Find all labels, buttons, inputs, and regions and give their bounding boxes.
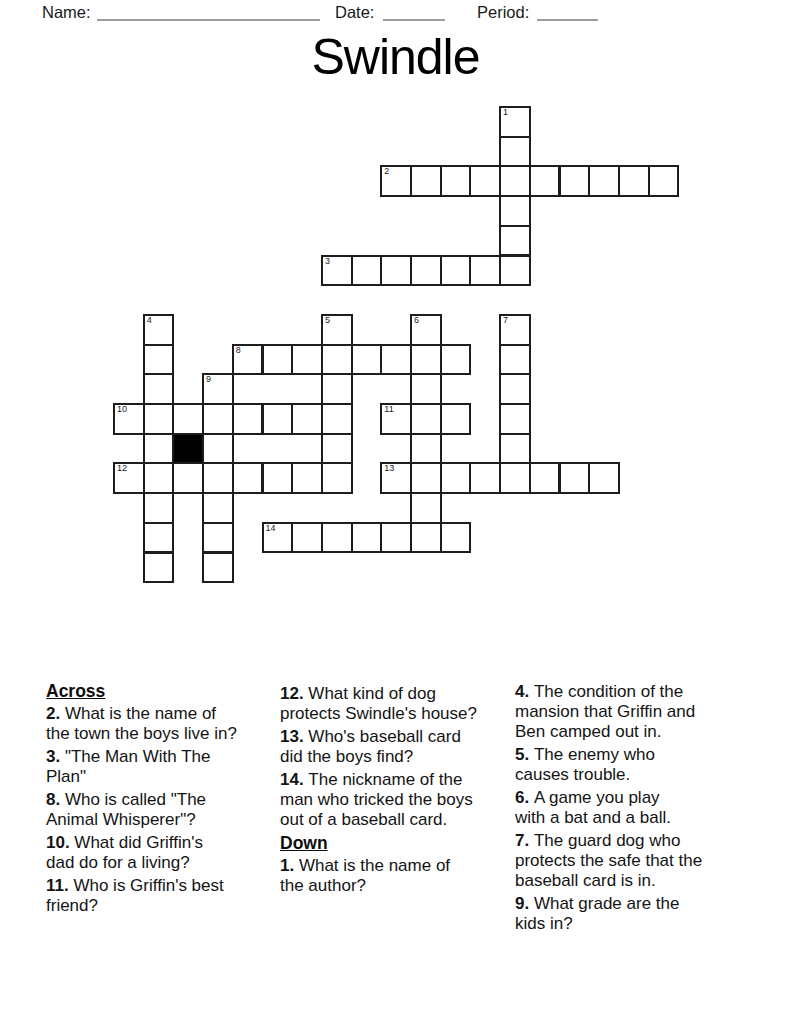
clue-number-label: 11. <box>46 876 73 895</box>
grid-cell-r8c8[interactable] <box>351 344 383 376</box>
clue-number-13: 13 <box>384 463 394 474</box>
clue-number-label: 1. <box>280 856 299 875</box>
clue-column-1: Across2. What is the name of the town th… <box>46 681 284 919</box>
name-label: Name: <box>42 3 91 22</box>
grid-cell-r14c5[interactable]: 14 <box>262 522 294 554</box>
grid-cell-r5c13[interactable] <box>499 255 531 287</box>
grid-cell-r8c5[interactable] <box>262 344 294 376</box>
grid-cell-r8c11[interactable] <box>440 344 472 376</box>
period-label: Period: <box>477 3 529 22</box>
worksheet-page: Name: Date: Period: Swindle 123456789101… <box>0 0 791 1024</box>
clue-number-label: 9. <box>515 894 534 913</box>
clue-text: What grade are the kids in? <box>515 894 679 933</box>
clue-text: The condition of the mansion that Griffi… <box>515 682 695 741</box>
clue-number-label: 10. <box>46 833 74 852</box>
grid-cell-r10c10[interactable] <box>410 403 442 435</box>
grid-cell-r9c10[interactable] <box>410 373 442 405</box>
grid-cell-r10c5[interactable] <box>262 403 294 435</box>
period-blank-line[interactable] <box>537 2 598 21</box>
down-clues-header: Down <box>280 833 518 853</box>
grid-cell-r14c8[interactable] <box>351 522 383 554</box>
across-clues-header: Across <box>46 681 284 701</box>
clue-number-10: 10 <box>117 404 127 415</box>
grid-cell-r4c13[interactable] <box>499 225 531 257</box>
grid-cell-r11c1[interactable] <box>143 433 175 465</box>
clue-column-2: 12. What kind of dog protects Swindle's … <box>280 684 518 899</box>
grid-cell-r12c6[interactable] <box>291 462 323 494</box>
grid-cell-r13c3[interactable] <box>202 492 234 524</box>
grid-cell-r10c2[interactable] <box>172 403 204 435</box>
grid-cell-r2c9[interactable]: 2 <box>380 165 412 197</box>
clue-text: "The Man With The Plan" <box>46 747 210 786</box>
grid-cell-r14c11[interactable] <box>440 522 472 554</box>
clue-number-label: 3. <box>46 747 65 766</box>
grid-cell-r10c1[interactable] <box>143 403 175 435</box>
clue-number-8: 8 <box>236 345 241 356</box>
grid-cell-r14c7[interactable] <box>321 522 353 554</box>
clue-12: 12. What kind of dog protects Swindle's … <box>280 684 518 724</box>
grid-cell-r8c9[interactable] <box>380 344 412 376</box>
grid-cell-r5c8[interactable] <box>351 255 383 287</box>
grid-cell-r13c10[interactable] <box>410 492 442 524</box>
clue-text: The nickname of the man who tricked the … <box>280 770 473 829</box>
grid-cell-r12c5[interactable] <box>262 462 294 494</box>
grid-cell-r5c9[interactable] <box>380 255 412 287</box>
grid-cell-r10c13[interactable] <box>499 403 531 435</box>
grid-cell-r3c13[interactable] <box>499 195 531 227</box>
grid-cell-r2c16[interactable] <box>588 165 620 197</box>
grid-cell-r12c13[interactable] <box>499 462 531 494</box>
clue-1: 1. What is the name of the author? <box>280 856 518 896</box>
clue-10: 10. What did Griffin's dad do for a livi… <box>46 833 284 873</box>
grid-cell-r2c11[interactable] <box>440 165 472 197</box>
grid-cell-r2c10[interactable] <box>410 165 442 197</box>
clue-7: 7. The guard dog who protects the safe t… <box>515 831 753 890</box>
grid-cell-r0c13[interactable]: 1 <box>499 106 531 138</box>
grid-cell-r2c15[interactable] <box>559 165 591 197</box>
clue-number-label: 5. <box>515 745 534 764</box>
clue-6: 6. A game you play with a bat and a ball… <box>515 788 753 828</box>
grid-cell-r11c13[interactable] <box>499 433 531 465</box>
grid-cell-r12c4[interactable] <box>232 462 264 494</box>
grid-cell-r10c6[interactable] <box>291 403 323 435</box>
grid-cell-r9c13[interactable] <box>499 373 531 405</box>
grid-cell-r12c7[interactable] <box>321 462 353 494</box>
grid-cell-r5c7[interactable]: 3 <box>321 255 353 287</box>
grid-cell-r11c10[interactable] <box>410 433 442 465</box>
date-blank-line[interactable] <box>383 2 445 21</box>
grid-cell-r8c13[interactable] <box>499 344 531 376</box>
grid-cell-r12c9[interactable]: 13 <box>380 462 412 494</box>
clue-number-14: 14 <box>266 523 276 534</box>
clue-number-7: 7 <box>503 315 508 326</box>
clue-text: Who is called "The Animal Whisperer"? <box>46 790 206 829</box>
clue-number-6: 6 <box>414 315 419 326</box>
clue-number-3: 3 <box>325 256 330 267</box>
name-blank-line[interactable] <box>97 2 320 21</box>
clue-number-label: 6. <box>515 788 534 807</box>
clue-number-5: 5 <box>325 315 330 326</box>
clue-13: 13. Who's baseball card did the boys fin… <box>280 727 518 767</box>
clue-number-12: 12 <box>117 463 127 474</box>
grid-cell-r14c6[interactable] <box>291 522 323 554</box>
clue-text: Who's baseball card did the boys find? <box>280 727 461 766</box>
clue-11: 11. Who is Griffin's best friend? <box>46 876 284 916</box>
clue-text: What is the name of the author? <box>280 856 450 895</box>
clue-column-3: 4. The condition of the mansion that Gri… <box>515 682 753 937</box>
grid-cell-r15c3[interactable] <box>202 552 234 584</box>
grid-cell-r14c3[interactable] <box>202 522 234 554</box>
grid-cell-r2c17[interactable] <box>618 165 650 197</box>
grid-cell-r12c14[interactable] <box>529 462 561 494</box>
grid-cell-r7c7[interactable]: 5 <box>321 314 353 346</box>
grid-cell-r12c11[interactable] <box>440 462 472 494</box>
grid-cell-r8c6[interactable] <box>291 344 323 376</box>
clue-4: 4. The condition of the mansion that Gri… <box>515 682 753 741</box>
grid-cell-r10c11[interactable] <box>440 403 472 435</box>
grid-cell-r12c15[interactable] <box>559 462 591 494</box>
grid-cell-r7c10[interactable]: 6 <box>410 314 442 346</box>
grid-cell-r2c14[interactable] <box>529 165 561 197</box>
clue-number-9: 9 <box>206 374 211 385</box>
clue-8: 8. Who is called "The Animal Whisperer"? <box>46 790 284 830</box>
clue-number-label: 14. <box>280 770 308 789</box>
clue-text: What kind of dog protects Swindle's hous… <box>280 684 477 723</box>
grid-cell-r8c10[interactable] <box>410 344 442 376</box>
grid-cell-r14c9[interactable] <box>380 522 412 554</box>
clue-number-4: 4 <box>147 315 152 326</box>
grid-cell-r12c16[interactable] <box>588 462 620 494</box>
clue-text: Who is Griffin's best friend? <box>46 876 224 915</box>
clue-number-2: 2 <box>384 166 389 177</box>
clue-text: What is the name of the town the boys li… <box>46 704 237 743</box>
grid-cell-r12c3[interactable] <box>202 462 234 494</box>
clue-text: The enemy who causes trouble. <box>515 745 655 784</box>
grid-cell-r8c1[interactable] <box>143 344 175 376</box>
grid-cell-r12c12[interactable] <box>469 462 501 494</box>
clue-text: The guard dog who protects the safe that… <box>515 831 702 890</box>
grid-cell-r13c1[interactable] <box>143 492 175 524</box>
grid-cell-r8c4[interactable]: 8 <box>232 344 264 376</box>
grid-cell-r5c10[interactable] <box>410 255 442 287</box>
grid-cell-r8c7[interactable] <box>321 344 353 376</box>
grid-cell-r1c13[interactable] <box>499 136 531 168</box>
grid-cell-r11c3[interactable] <box>202 433 234 465</box>
grid-cell-r2c13[interactable] <box>499 165 531 197</box>
grid-cell-r10c9[interactable]: 11 <box>380 403 412 435</box>
grid-cell-r12c1[interactable] <box>143 462 175 494</box>
grid-cell-r12c10[interactable] <box>410 462 442 494</box>
puzzle-title: Swindle <box>0 28 791 86</box>
clue-number-label: 2. <box>46 704 65 723</box>
clue-text: A game you play with a bat and a ball. <box>515 788 671 827</box>
grid-cell-r5c12[interactable] <box>469 255 501 287</box>
grid-cell-r10c4[interactable] <box>232 403 264 435</box>
grid-cell-r10c3[interactable] <box>202 403 234 435</box>
grid-cell-r14c1[interactable] <box>143 522 175 554</box>
grid-cell-r9c3[interactable]: 9 <box>202 373 234 405</box>
grid-cell-r15c1[interactable] <box>143 552 175 584</box>
grid-cell-r10c7[interactable] <box>321 403 353 435</box>
clue-number-11: 11 <box>384 404 393 415</box>
date-label: Date: <box>335 3 374 22</box>
clue-14: 14. The nickname of the man who tricked … <box>280 770 518 829</box>
clue-number-label: 8. <box>46 790 65 809</box>
grid-cell-r7c1[interactable]: 4 <box>143 314 175 346</box>
grid-cell-r12c0[interactable]: 12 <box>113 462 145 494</box>
grid-cell-r10c0[interactable]: 10 <box>113 403 145 435</box>
grid-cell-r5c11[interactable] <box>440 255 472 287</box>
grid-cell-r11c7[interactable] <box>321 433 353 465</box>
grid-cell-r9c7[interactable] <box>321 373 353 405</box>
clue-number-label: 4. <box>515 682 534 701</box>
clue-number-1: 1 <box>503 107 508 118</box>
clue-number-label: 12. <box>280 684 308 703</box>
black-cell <box>172 433 204 465</box>
clue-number-label: 7. <box>515 831 534 850</box>
grid-cell-r2c18[interactable] <box>648 165 680 197</box>
clue-9: 9. What grade are the kids in? <box>515 894 753 934</box>
clue-number-label: 13. <box>280 727 308 746</box>
clue-3: 3. "The Man With The Plan" <box>46 747 284 787</box>
grid-cell-r7c13[interactable]: 7 <box>499 314 531 346</box>
clue-2: 2. What is the name of the town the boys… <box>46 704 284 744</box>
grid-cell-r14c10[interactable] <box>410 522 442 554</box>
grid-cell-r12c2[interactable] <box>172 462 204 494</box>
grid-cell-r2c12[interactable] <box>469 165 501 197</box>
grid-cell-r9c1[interactable] <box>143 373 175 405</box>
clue-5: 5. The enemy who causes trouble. <box>515 745 753 785</box>
